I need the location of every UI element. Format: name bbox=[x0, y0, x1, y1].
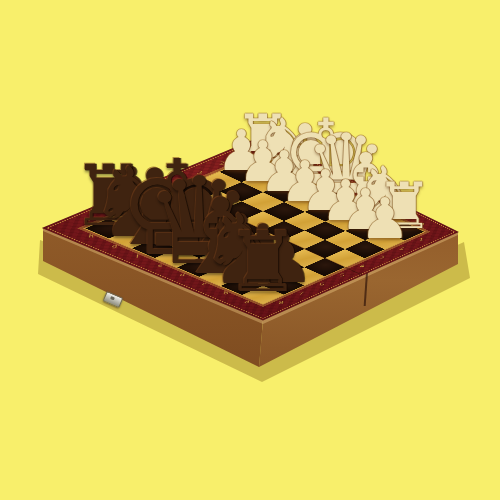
coordinate-label: 3 bbox=[193, 170, 206, 176]
coordinate-label: c bbox=[198, 281, 211, 287]
coordinate-label: 5 bbox=[149, 188, 163, 194]
coordinate-label: 1 bbox=[416, 237, 427, 242]
coordinate-label: d bbox=[176, 272, 189, 278]
coordinate-label: 3 bbox=[376, 254, 387, 259]
coordinate-label: c bbox=[378, 202, 390, 207]
coordinate-label: a bbox=[241, 299, 253, 305]
coordinate-label: 2 bbox=[215, 160, 228, 166]
coordinate-label: g bbox=[297, 163, 309, 168]
coordinate-label: h bbox=[276, 152, 289, 158]
coordinate-label: 8 bbox=[80, 217, 94, 223]
coordinate-label: f bbox=[131, 253, 145, 259]
coordinate-label: e bbox=[153, 262, 166, 268]
coordinate-label: h bbox=[84, 233, 98, 239]
coordinate-label: b bbox=[219, 290, 232, 296]
coordinate-label: 4 bbox=[171, 179, 184, 185]
coordinate-label: 4 bbox=[356, 263, 368, 268]
coordinate-label: d bbox=[358, 193, 370, 198]
chess-set-photo: hh11gg22ff33ee44dd55cc66bb77aa88 ♜♞♝♛♚♝♞… bbox=[0, 0, 500, 500]
coordinate-label: 2 bbox=[396, 246, 407, 251]
coordinate-label: 8 bbox=[275, 300, 287, 305]
coordinate-label: 7 bbox=[103, 207, 117, 213]
coordinate-label: 7 bbox=[295, 291, 307, 296]
coordinate-label: 6 bbox=[316, 281, 328, 286]
coordinate-label: g bbox=[108, 243, 122, 249]
coordinate-label: 1 bbox=[237, 151, 250, 157]
coordinate-label: 5 bbox=[336, 272, 348, 277]
coordinate-label: a bbox=[417, 221, 428, 226]
coordinate-label: b bbox=[398, 212, 409, 217]
coordinate-label: f bbox=[318, 173, 330, 178]
coordinate-label: e bbox=[338, 183, 350, 188]
coordinate-label: 6 bbox=[126, 198, 140, 204]
